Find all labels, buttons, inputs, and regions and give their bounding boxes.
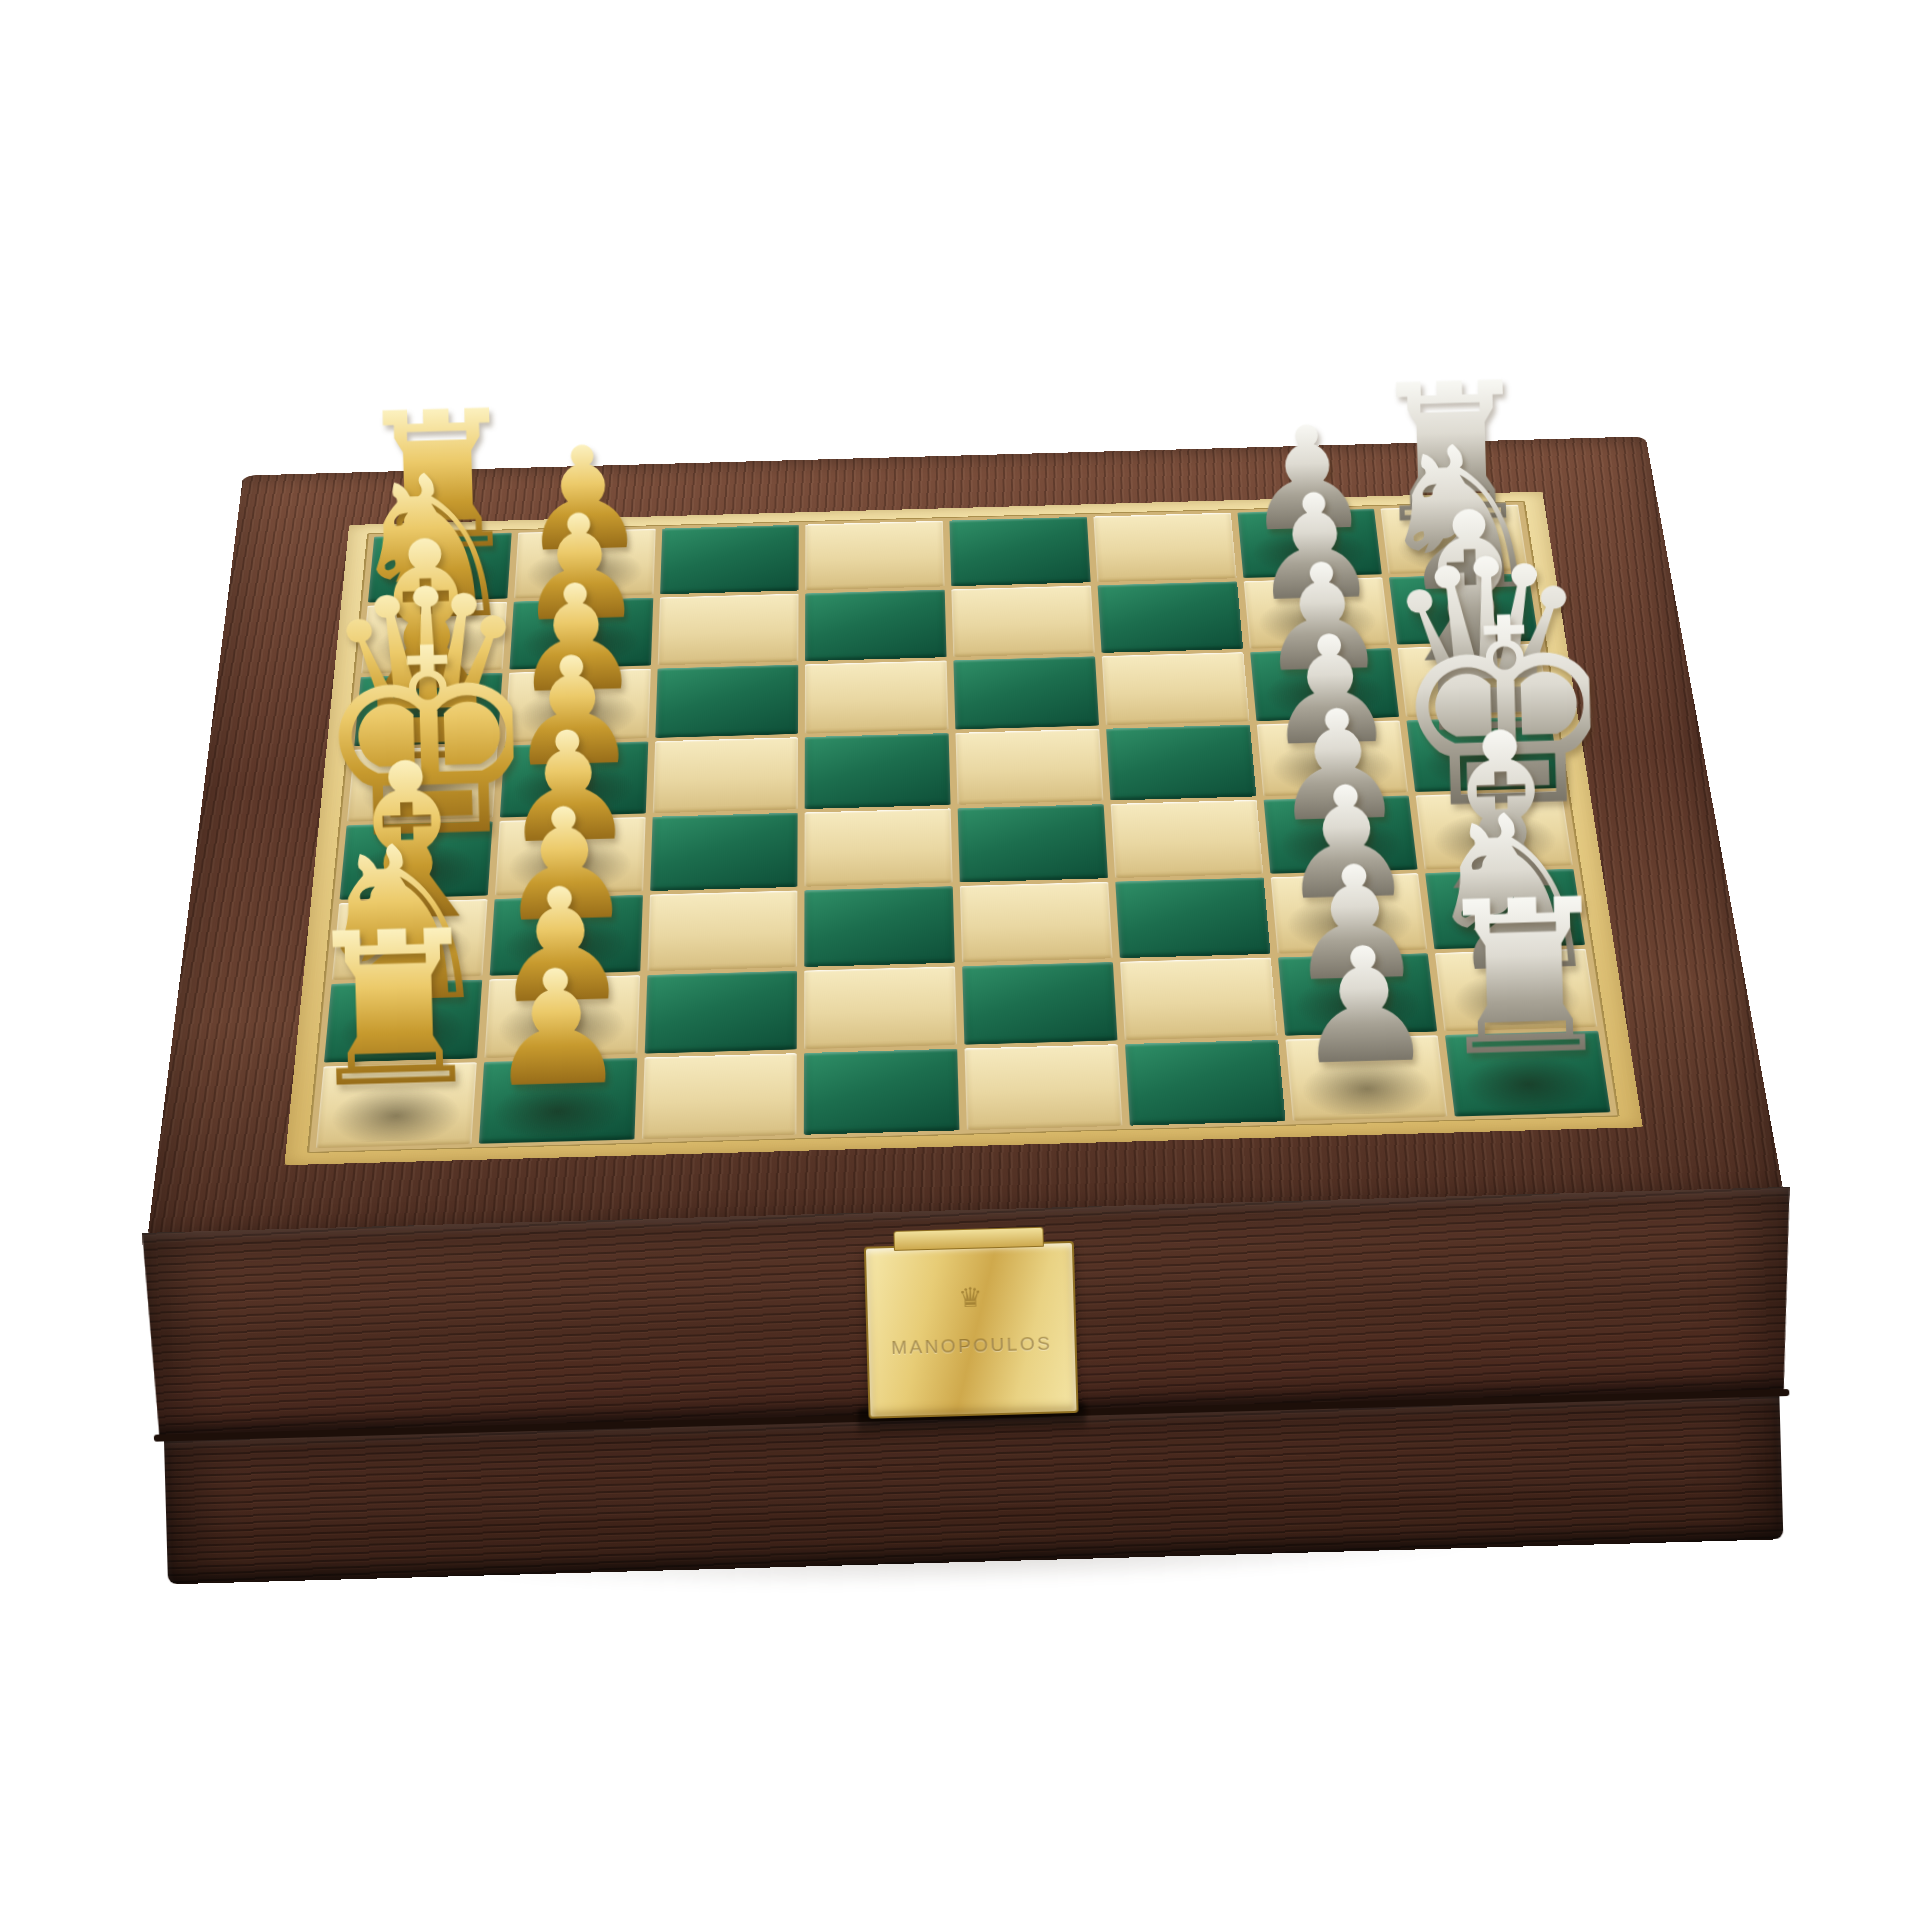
board-wood-frame: ♜♟♟♜♞♟♟♞♝♟♟♝♛♟♟♛♚♟♟♚♝♟♟♝♞♟♟♞♜♟♟♜ [147, 436, 1783, 1238]
square-e5 [958, 804, 1108, 882]
square-a4 [805, 521, 944, 590]
square-h4 [804, 1049, 959, 1135]
clasp-brand-text: MANOPOULOS [868, 1332, 1075, 1360]
square-h3 [641, 1053, 797, 1139]
piece-white-pawn: ♟ [450, 955, 663, 1104]
clasp-hinge [893, 1227, 1043, 1251]
square-g3 [644, 971, 797, 1054]
square-d4 [805, 733, 951, 809]
square-a5 [949, 517, 1090, 586]
square-c5 [953, 656, 1098, 730]
square-d3 [652, 737, 798, 813]
square-g4 [804, 966, 957, 1049]
square-d5 [955, 729, 1103, 805]
square-f3 [647, 890, 798, 971]
chess-set-scene: ♜♟♟♜♞♟♟♞♝♟♟♝♛♟♟♛♚♟♟♚♝♟♟♝♞♟♟♞♜♟♟♜ ♛ MANOP… [0, 0, 1920, 1920]
square-c3 [655, 664, 799, 738]
piece-black-rook: ♜ [1417, 880, 1631, 1076]
square-e4 [805, 808, 953, 886]
square-f5 [960, 882, 1113, 963]
square-c4 [805, 660, 948, 734]
square-g5 [962, 962, 1117, 1045]
board-metal-plate: ♜♟♟♜♞♟♟♞♝♟♟♝♛♟♟♛♚♟♟♚♝♟♟♝♞♟♟♞♜♟♟♜ [284, 492, 1642, 1166]
square-a3 [660, 525, 799, 594]
crown-icon: ♛ [867, 1281, 1074, 1314]
square-b4 [805, 589, 946, 660]
square-e3 [650, 813, 798, 891]
square-f4 [805, 886, 955, 967]
square-b3 [657, 594, 799, 666]
clasp: ♛ MANOPOULOS [864, 1241, 1079, 1419]
square-h8: ♜ [1445, 1031, 1610, 1117]
board-tilt-wrapper: ♜♟♟♜♞♟♟♞♝♟♟♝♛♟♟♛♚♟♟♚♝♟♟♝♞♟♟♞♜♟♟♜ [147, 436, 1783, 1238]
chess-board: ♜♟♟♜♞♟♟♞♝♟♟♝♛♟♟♛♚♟♟♚♝♟♟♝♞♟♟♞♜♟♟♜ [307, 501, 1620, 1153]
square-h2: ♟ [479, 1058, 637, 1144]
square-b5 [951, 585, 1094, 656]
square-h5 [965, 1044, 1123, 1130]
